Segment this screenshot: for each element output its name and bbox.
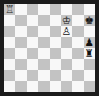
square-g3[interactable] <box>72 59 83 70</box>
square-e3[interactable] <box>50 59 61 70</box>
square-c8[interactable] <box>27 4 38 15</box>
square-b4[interactable] <box>15 48 26 59</box>
square-g4[interactable] <box>72 48 83 59</box>
square-f8[interactable] <box>61 4 72 15</box>
square-c2[interactable] <box>27 70 38 81</box>
square-a4[interactable] <box>4 48 15 59</box>
square-e7[interactable] <box>50 15 61 26</box>
square-d8[interactable] <box>38 4 49 15</box>
square-f1[interactable] <box>61 81 72 92</box>
square-b5[interactable] <box>15 37 26 48</box>
square-c6[interactable] <box>27 26 38 37</box>
square-d6[interactable] <box>38 26 49 37</box>
square-h4[interactable]: ♜ <box>84 48 95 59</box>
square-g2[interactable] <box>72 70 83 81</box>
square-c3[interactable] <box>27 59 38 70</box>
square-d3[interactable] <box>38 59 49 70</box>
square-b3[interactable] <box>15 59 26 70</box>
square-c1[interactable] <box>27 81 38 92</box>
square-e5[interactable] <box>50 37 61 48</box>
square-c7[interactable] <box>27 15 38 26</box>
chess-board-frame: ♖♔♚♙♟♜ <box>0 0 99 96</box>
square-e4[interactable] <box>50 48 61 59</box>
square-f7[interactable]: ♔ <box>61 15 72 26</box>
square-e8[interactable] <box>50 4 61 15</box>
square-d2[interactable] <box>38 70 49 81</box>
square-a3[interactable] <box>4 59 15 70</box>
square-f2[interactable] <box>61 70 72 81</box>
square-h5[interactable]: ♟ <box>84 37 95 48</box>
square-h1[interactable] <box>84 81 95 92</box>
square-c4[interactable] <box>27 48 38 59</box>
piece-black-king[interactable]: ♚ <box>85 15 94 26</box>
square-a5[interactable] <box>4 37 15 48</box>
square-g6[interactable] <box>72 26 83 37</box>
square-d4[interactable] <box>38 48 49 59</box>
square-h7[interactable]: ♚ <box>84 15 95 26</box>
square-a8[interactable]: ♖ <box>4 4 15 15</box>
piece-white-pawn[interactable]: ♙ <box>62 26 71 37</box>
piece-black-rook[interactable]: ♜ <box>85 48 94 59</box>
square-h6[interactable] <box>84 26 95 37</box>
square-f6[interactable]: ♙ <box>61 26 72 37</box>
square-g7[interactable] <box>72 15 83 26</box>
square-c5[interactable] <box>27 37 38 48</box>
square-g5[interactable] <box>72 37 83 48</box>
chess-board: ♖♔♚♙♟♜ <box>4 4 95 92</box>
square-f4[interactable] <box>61 48 72 59</box>
square-g1[interactable] <box>72 81 83 92</box>
square-b7[interactable] <box>15 15 26 26</box>
square-f3[interactable] <box>61 59 72 70</box>
square-b8[interactable] <box>15 4 26 15</box>
square-b6[interactable] <box>15 26 26 37</box>
square-d7[interactable] <box>38 15 49 26</box>
square-a6[interactable] <box>4 26 15 37</box>
square-h3[interactable] <box>84 59 95 70</box>
piece-white-rook[interactable]: ♖ <box>5 4 14 15</box>
square-g8[interactable] <box>72 4 83 15</box>
square-a1[interactable] <box>4 81 15 92</box>
piece-black-pawn[interactable]: ♟ <box>85 37 94 48</box>
square-h8[interactable] <box>84 4 95 15</box>
square-f5[interactable] <box>61 37 72 48</box>
square-d1[interactable] <box>38 81 49 92</box>
square-h2[interactable] <box>84 70 95 81</box>
square-a2[interactable] <box>4 70 15 81</box>
square-b1[interactable] <box>15 81 26 92</box>
square-e1[interactable] <box>50 81 61 92</box>
piece-white-king[interactable]: ♔ <box>62 15 71 26</box>
square-a7[interactable] <box>4 15 15 26</box>
square-e2[interactable] <box>50 70 61 81</box>
square-b2[interactable] <box>15 70 26 81</box>
square-e6[interactable] <box>50 26 61 37</box>
square-d5[interactable] <box>38 37 49 48</box>
